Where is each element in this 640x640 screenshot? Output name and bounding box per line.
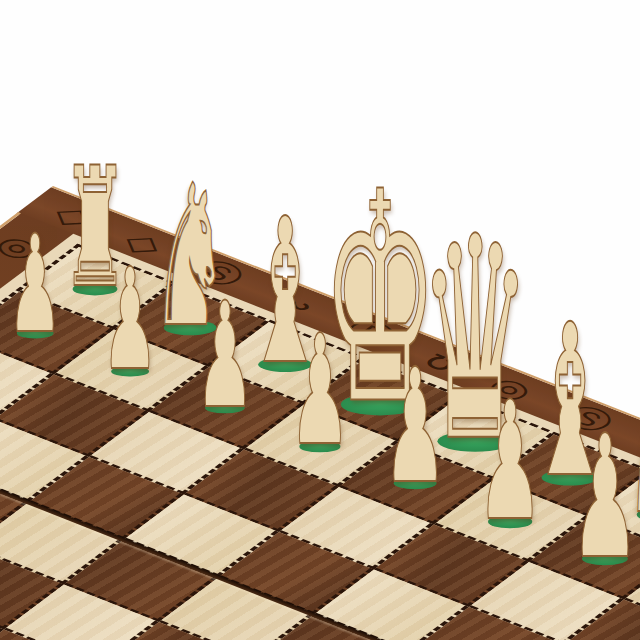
white-pawn-glyph: ♟	[8, 217, 62, 352]
piece-d2-white-pawn[interactable]: ♟	[383, 347, 447, 505]
piece-b2-white-pawn[interactable]: ♟	[571, 412, 640, 582]
piece-c2-white-pawn[interactable]: ♟	[477, 380, 543, 544]
piece-g2-white-pawn[interactable]: ♟	[102, 250, 158, 390]
piece-e2-white-pawn[interactable]: ♟	[289, 315, 350, 467]
white-pawn-glyph: ♟	[102, 250, 158, 390]
pieces-layer: ♜♞♝♚♛♝♞♜♟♟♟♟♟♟♟♟	[0, 0, 640, 640]
scene: ◇ ◇ Ⓢ ∾ Ⓓ ʊ ◎ Ⓢ ∾ Ⓓ ◎ Ⓢ ∾ Ⓓ ◎ Ⓢ ♜♞♝♚♛♝♞♜…	[0, 0, 640, 640]
white-pawn-glyph: ♟	[571, 412, 640, 582]
white-pawn-glyph: ♟	[289, 315, 350, 467]
white-pawn-glyph: ♟	[477, 380, 543, 544]
piece-h2-white-pawn[interactable]: ♟	[8, 217, 62, 352]
white-pawn-glyph: ♟	[196, 282, 255, 428]
white-pawn-glyph: ♟	[383, 347, 447, 505]
piece-f2-white-pawn[interactable]: ♟	[196, 282, 255, 428]
